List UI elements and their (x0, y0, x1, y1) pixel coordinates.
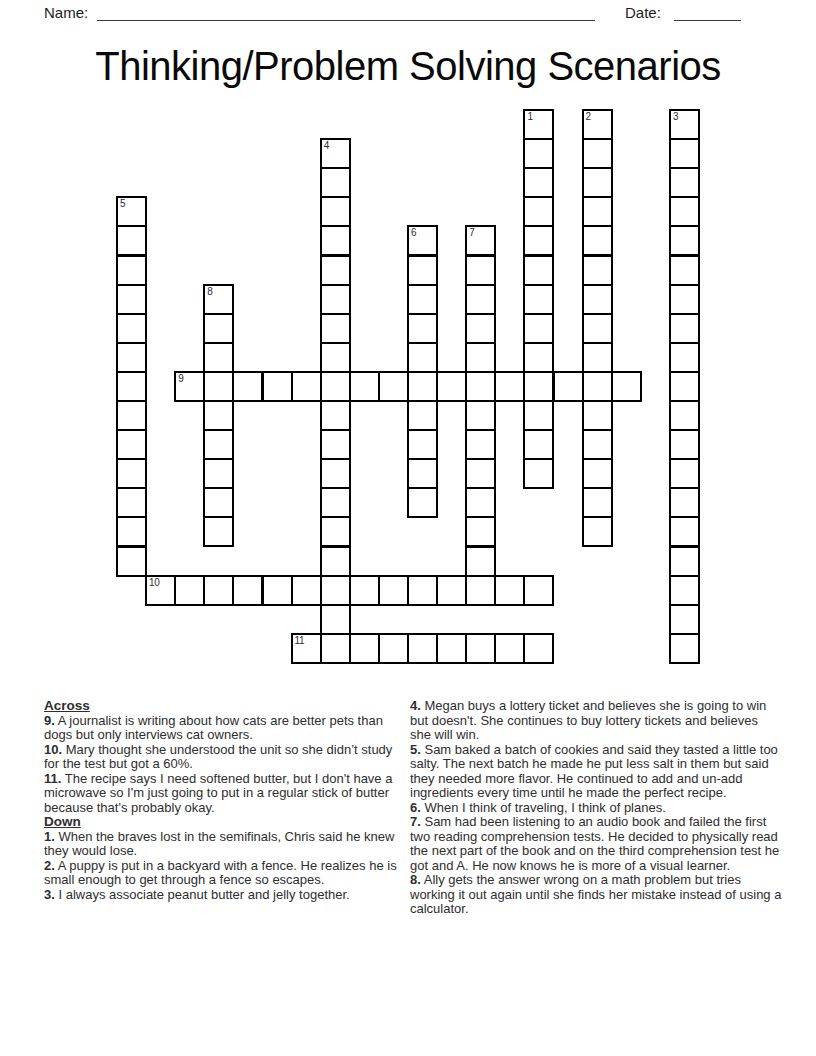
clue-text: A journalist is writing about how cats a… (44, 713, 383, 743)
grid-cell-r16c9[interactable] (378, 575, 409, 606)
grid-cell-r8c3[interactable] (203, 342, 234, 373)
grid-cell-r10c0[interactable] (116, 400, 147, 431)
grid-cell-r4c10[interactable]: 6 (407, 225, 438, 256)
grid-cell-r18c9[interactable] (378, 633, 409, 664)
grid-cell-r2c7[interactable] (320, 167, 351, 198)
grid-cell-r8c0[interactable] (116, 342, 147, 373)
grid-cell-r4c0[interactable] (116, 225, 147, 256)
clue-down-3: 3. I always associate peanut butter and … (44, 888, 406, 903)
clue-down-2: 2. A puppy is put in a backyard with a f… (44, 859, 406, 888)
grid-cell-r3c14[interactable] (523, 196, 554, 227)
grid-cell-r16c5[interactable] (262, 575, 293, 606)
grid-cell-r7c19[interactable] (669, 313, 700, 344)
grid-cell-r4c7[interactable] (320, 225, 351, 256)
grid-cell-r16c2[interactable] (174, 575, 205, 606)
grid-cell-r8c10[interactable] (407, 342, 438, 373)
grid-cell-r12c7[interactable] (320, 458, 351, 489)
cell-number-2: 2 (586, 111, 591, 122)
grid-cell-r14c16[interactable] (582, 516, 613, 547)
clue-text: When I think of traveling, I think of pl… (421, 800, 666, 815)
grid-cell-r6c3[interactable]: 8 (203, 284, 234, 315)
page-title: Thinking/Problem Solving Scenarios (0, 44, 816, 88)
grid-cell-r3c0[interactable]: 5 (116, 196, 147, 227)
grid-cell-r13c7[interactable] (320, 487, 351, 518)
cell-number-3: 3 (673, 111, 678, 122)
clue-down-4: 4. Megan buys a lottery ticket and belie… (410, 699, 782, 743)
grid-cell-r13c19[interactable] (669, 487, 700, 518)
grid-cell-r3c19[interactable] (669, 196, 700, 227)
grid-cell-r9c10[interactable] (407, 371, 438, 402)
grid-cell-r11c3[interactable] (203, 429, 234, 460)
clue-number: 9. (44, 713, 55, 728)
clue-down-6: 6. When I think of traveling, I think of… (410, 801, 782, 816)
grid-cell-r12c12[interactable] (465, 458, 496, 489)
grid-cell-r13c10[interactable] (407, 487, 438, 518)
grid-cell-r3c7[interactable] (320, 196, 351, 227)
grid-cell-r6c0[interactable] (116, 284, 147, 315)
grid-cell-r1c7[interactable]: 4 (320, 138, 351, 169)
grid-cell-r11c12[interactable] (465, 429, 496, 460)
grid-cell-r9c0[interactable] (116, 371, 147, 402)
grid-cell-r18c19[interactable] (669, 633, 700, 664)
grid-cell-r5c16[interactable] (582, 255, 613, 286)
grid-cell-r9c5[interactable] (262, 371, 293, 402)
grid-cell-r12c3[interactable] (203, 458, 234, 489)
grid-cell-r2c16[interactable] (582, 167, 613, 198)
clue-across-9: 9. A journalist is writing about how cat… (44, 714, 406, 743)
grid-cell-r0c16[interactable]: 2 (582, 109, 613, 140)
cell-number-1: 1 (527, 111, 532, 122)
grid-cell-r6c19[interactable] (669, 284, 700, 315)
clue-text: A puppy is put in a backyard with a fenc… (44, 858, 397, 888)
clue-across-10: 10. Mary thought she understood the unit… (44, 743, 406, 772)
grid-cell-r9c15[interactable] (553, 371, 584, 402)
grid-cell-r16c4[interactable] (232, 575, 263, 606)
clue-text: Ally gets the answer wrong on a math pro… (410, 872, 781, 916)
grid-cell-r8c16[interactable] (582, 342, 613, 373)
clue-number: 7. (410, 814, 421, 829)
clue-across-11: 11. The recipe says I need softened butt… (44, 772, 406, 816)
grid-cell-r6c10[interactable] (407, 284, 438, 315)
grid-cell-r18c11[interactable] (436, 633, 467, 664)
clue-number: 1. (44, 829, 55, 844)
clue-number: 4. (410, 698, 421, 713)
clues-column-left: Across9. A journalist is writing about h… (44, 699, 406, 902)
grid-cell-r12c14[interactable] (523, 458, 554, 489)
clue-number: 2. (44, 858, 55, 873)
grid-cell-r16c11[interactable] (436, 575, 467, 606)
grid-cell-r9c19[interactable] (669, 371, 700, 402)
grid-cell-r9c4[interactable] (232, 371, 263, 402)
grid-cell-r11c16[interactable] (582, 429, 613, 460)
clue-down-7: 7. Sam had been listening to an audio bo… (410, 815, 782, 873)
grid-cell-r15c19[interactable] (669, 546, 700, 577)
grid-cell-r7c3[interactable] (203, 313, 234, 344)
grid-cell-r7c14[interactable] (523, 313, 554, 344)
grid-cell-r14c7[interactable] (320, 516, 351, 547)
grid-cell-r15c7[interactable] (320, 546, 351, 577)
grid-cell-r9c17[interactable] (611, 371, 642, 402)
grid-cell-r1c16[interactable] (582, 138, 613, 169)
grid-cell-r9c11[interactable] (436, 371, 467, 402)
grid-cell-r18c7[interactable] (320, 633, 351, 664)
cell-number-5: 5 (120, 198, 125, 209)
clues-heading-down: Down (44, 815, 406, 830)
clue-number: 3. (44, 887, 55, 902)
grid-cell-r6c16[interactable] (582, 284, 613, 315)
grid-cell-r18c14[interactable] (523, 633, 554, 664)
grid-cell-r10c7[interactable] (320, 400, 351, 431)
date-label: Date: (625, 4, 661, 22)
grid-cell-r10c19[interactable] (669, 400, 700, 431)
grid-cell-r5c10[interactable] (407, 255, 438, 286)
grid-cell-r13c12[interactable] (465, 487, 496, 518)
grid-cell-r9c16[interactable] (582, 371, 613, 402)
grid-cell-r10c12[interactable] (465, 400, 496, 431)
name-underline (97, 20, 595, 21)
grid-cell-r16c7[interactable] (320, 575, 351, 606)
clue-number: 5. (410, 742, 421, 757)
grid-cell-r11c19[interactable] (669, 429, 700, 460)
grid-cell-r13c3[interactable] (203, 487, 234, 518)
grid-cell-r6c12[interactable] (465, 284, 496, 315)
grid-cell-r14c0[interactable] (116, 516, 147, 547)
grid-cell-r12c16[interactable] (582, 458, 613, 489)
grid-cell-r1c14[interactable] (523, 138, 554, 169)
clue-number: 6. (410, 800, 421, 815)
grid-cell-r7c0[interactable] (116, 313, 147, 344)
grid-cell-r10c16[interactable] (582, 400, 613, 431)
grid-cell-r9c3[interactable] (203, 371, 234, 402)
grid-cell-r11c14[interactable] (523, 429, 554, 460)
grid-cell-r4c16[interactable] (582, 225, 613, 256)
grid-cell-r8c19[interactable] (669, 342, 700, 373)
grid-cell-r16c8[interactable] (349, 575, 380, 606)
cell-number-4: 4 (324, 140, 329, 151)
grid-cell-r7c12[interactable] (465, 313, 496, 344)
grid-cell-r7c10[interactable] (407, 313, 438, 344)
grid-cell-r16c1[interactable]: 10 (145, 575, 176, 606)
clue-text: Mary thought she understood the unit so … (44, 742, 392, 772)
grid-cell-r5c19[interactable] (669, 255, 700, 286)
grid-cell-r18c10[interactable] (407, 633, 438, 664)
grid-cell-r5c12[interactable] (465, 255, 496, 286)
grid-cell-r18c13[interactable] (494, 633, 525, 664)
grid-cell-r9c12[interactable] (465, 371, 496, 402)
grid-cell-r16c3[interactable] (203, 575, 234, 606)
grid-cell-r13c0[interactable] (116, 487, 147, 518)
grid-cell-r11c7[interactable] (320, 429, 351, 460)
grid-cell-r4c12[interactable]: 7 (465, 225, 496, 256)
grid-cell-r9c9[interactable] (378, 371, 409, 402)
grid-cell-r15c0[interactable] (116, 546, 147, 577)
grid-cell-r18c6[interactable]: 11 (291, 633, 322, 664)
grid-cell-r8c14[interactable] (523, 342, 554, 373)
clue-text: Megan buys a lottery ticket and believes… (410, 698, 766, 742)
clues-column-right: 4. Megan buys a lottery ticket and belie… (410, 699, 782, 917)
cell-number-11: 11 (295, 635, 304, 646)
grid-cell-r10c3[interactable] (203, 400, 234, 431)
cell-number-10: 10 (149, 577, 159, 588)
grid-cell-r11c10[interactable] (407, 429, 438, 460)
grid-cell-r12c10[interactable] (407, 458, 438, 489)
grid-cell-r3c16[interactable] (582, 196, 613, 227)
clues-heading-across: Across (44, 699, 406, 714)
clue-down-5: 5. Sam baked a batch of cookies and said… (410, 743, 782, 801)
grid-cell-r6c7[interactable] (320, 284, 351, 315)
grid-cell-r15c12[interactable] (465, 546, 496, 577)
grid-cell-r11c0[interactable] (116, 429, 147, 460)
grid-cell-r5c14[interactable] (523, 255, 554, 286)
grid-cell-r7c16[interactable] (582, 313, 613, 344)
grid-cell-r9c14[interactable] (523, 371, 554, 402)
clue-number: 11. (44, 771, 61, 786)
clue-text: I always associate peanut butter and jel… (55, 887, 350, 902)
grid-cell-r4c14[interactable] (523, 225, 554, 256)
clue-down-1: 1. When the braves lost in the semifinal… (44, 830, 406, 859)
grid-cell-r18c12[interactable] (465, 633, 496, 664)
clue-text: When the braves lost in the semifinals, … (44, 829, 394, 859)
clue-number: 10. (44, 742, 62, 757)
grid-cell-r16c6[interactable] (291, 575, 322, 606)
crossword-grid: 1234567891011 (117, 110, 700, 664)
grid-cell-r12c0[interactable] (116, 458, 147, 489)
clue-number: 8. (410, 872, 421, 887)
grid-cell-r0c19[interactable]: 3 (669, 109, 700, 140)
grid-cell-r16c13[interactable] (494, 575, 525, 606)
clue-down-8: 8. Ally gets the answer wrong on a math … (410, 873, 782, 917)
grid-cell-r5c0[interactable] (116, 255, 147, 286)
grid-cell-r16c14[interactable] (523, 575, 554, 606)
grid-cell-r4c19[interactable] (669, 225, 700, 256)
grid-cell-r0c14[interactable]: 1 (523, 109, 554, 140)
grid-cell-r14c12[interactable] (465, 516, 496, 547)
grid-cell-r8c12[interactable] (465, 342, 496, 373)
grid-cell-r2c19[interactable] (669, 167, 700, 198)
grid-cell-r18c8[interactable] (349, 633, 380, 664)
grid-cell-r9c2[interactable]: 9 (174, 371, 205, 402)
grid-cell-r12c19[interactable] (669, 458, 700, 489)
clue-text: Sam had been listening to an audio book … (410, 814, 779, 873)
grid-cell-r8c7[interactable] (320, 342, 351, 373)
cell-number-8: 8 (207, 286, 212, 297)
cell-number-7: 7 (469, 227, 474, 238)
date-underline (674, 20, 741, 21)
grid-cell-r9c6[interactable] (291, 371, 322, 402)
clue-text: The recipe says I need softened butter, … (44, 771, 392, 815)
grid-cell-r17c19[interactable] (669, 604, 700, 635)
cell-number-6: 6 (411, 227, 416, 238)
grid-cell-r16c19[interactable] (669, 575, 700, 606)
grid-cell-r16c12[interactable] (465, 575, 496, 606)
grid-cell-r17c7[interactable] (320, 604, 351, 635)
grid-cell-r5c7[interactable] (320, 255, 351, 286)
name-label: Name: (44, 4, 88, 22)
grid-cell-r14c3[interactable] (203, 516, 234, 547)
cell-number-9: 9 (178, 373, 183, 384)
grid-cell-r16c10[interactable] (407, 575, 438, 606)
grid-cell-r9c8[interactable] (349, 371, 380, 402)
grid-cell-r2c14[interactable] (523, 167, 554, 198)
grid-cell-r6c14[interactable] (523, 284, 554, 315)
grid-cell-r9c7[interactable] (320, 371, 351, 402)
grid-cell-r1c19[interactable] (669, 138, 700, 169)
grid-cell-r9c13[interactable] (494, 371, 525, 402)
grid-cell-r10c14[interactable] (523, 400, 554, 431)
grid-cell-r10c10[interactable] (407, 400, 438, 431)
clue-text: Sam baked a batch of cookies and said th… (410, 742, 778, 801)
grid-cell-r7c7[interactable] (320, 313, 351, 344)
grid-cell-r14c19[interactable] (669, 516, 700, 547)
grid-cell-r13c16[interactable] (582, 487, 613, 518)
